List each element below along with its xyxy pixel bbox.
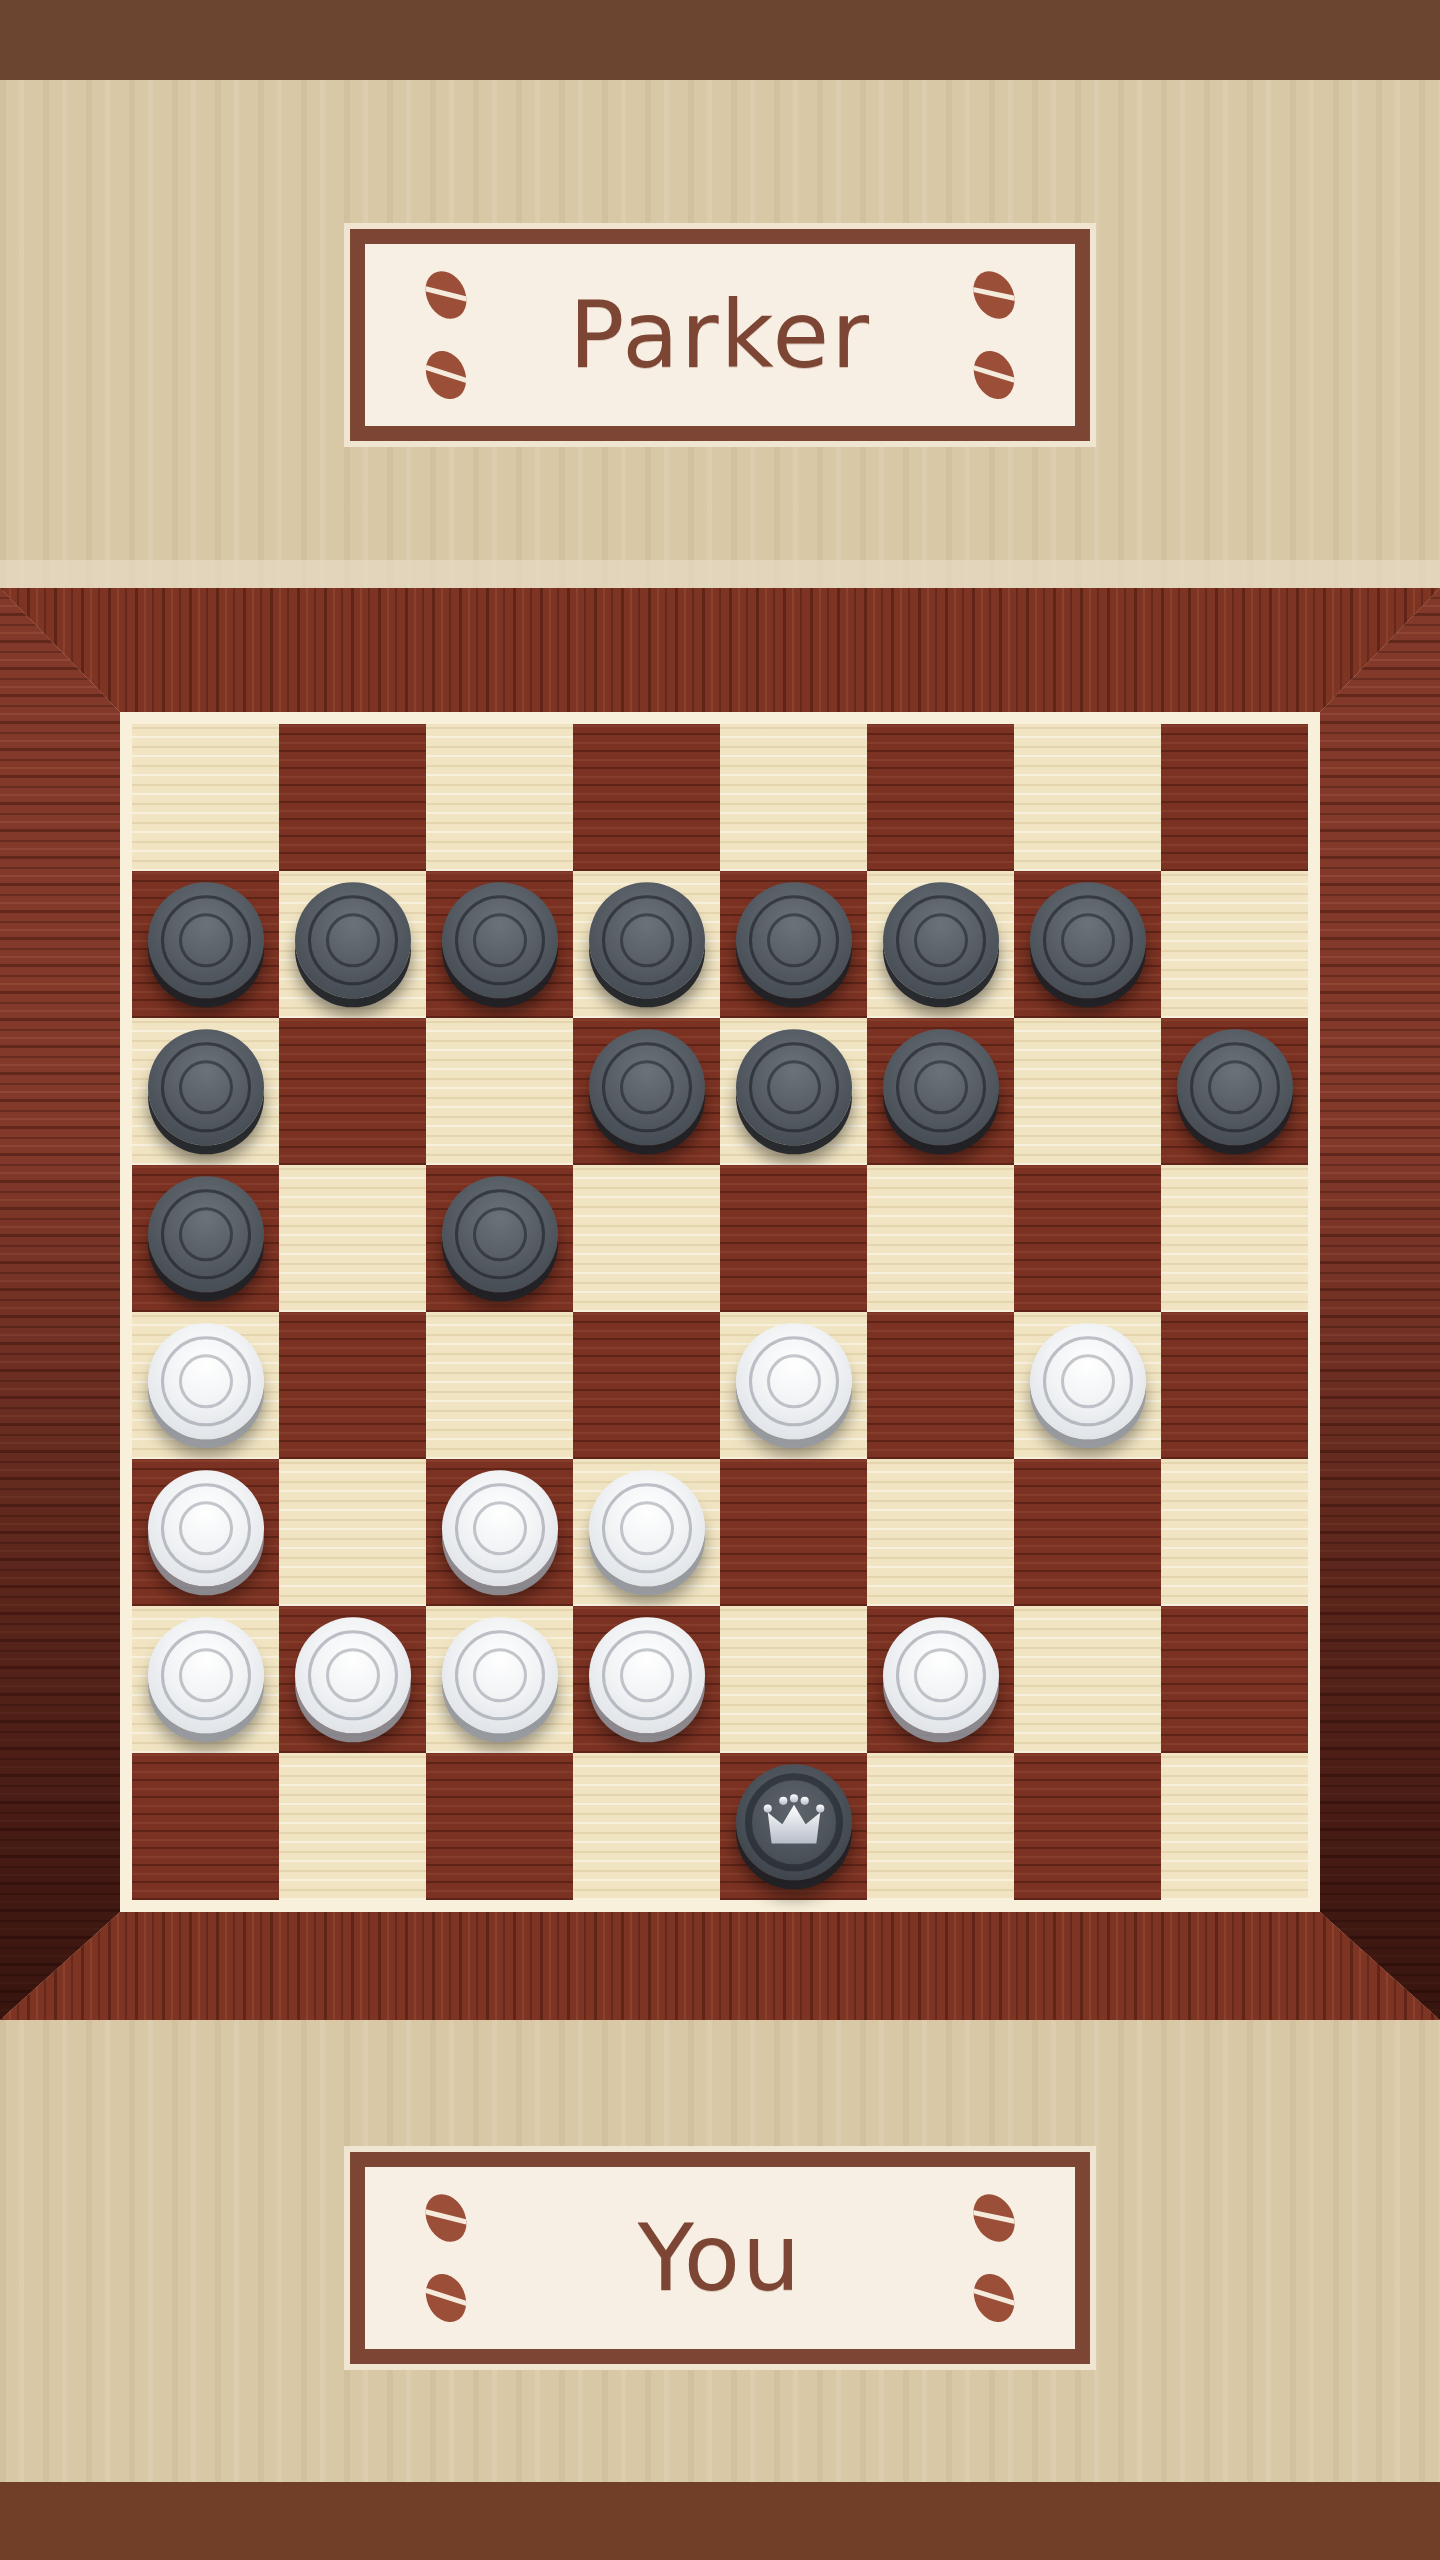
board-square[interactable] <box>279 1606 426 1753</box>
board-square[interactable] <box>573 1753 720 1900</box>
board-square[interactable] <box>720 1606 867 1753</box>
white-piece[interactable] <box>589 1617 705 1733</box>
board-frame <box>0 588 1440 2020</box>
board-square[interactable] <box>1161 1165 1308 1312</box>
board-square[interactable] <box>720 1459 867 1606</box>
white-piece[interactable] <box>148 1323 264 1439</box>
board-square[interactable] <box>279 1753 426 1900</box>
opponent-name: Parker <box>365 244 1075 426</box>
board-square[interactable] <box>573 724 720 871</box>
board-square[interactable] <box>1014 1606 1161 1753</box>
dark-piece[interactable] <box>589 1029 705 1145</box>
board-square[interactable] <box>720 1753 867 1900</box>
board-square[interactable] <box>867 1606 1014 1753</box>
board-square[interactable] <box>867 1312 1014 1459</box>
checkers-board <box>120 712 1320 1912</box>
board-square[interactable] <box>279 1459 426 1606</box>
white-piece[interactable] <box>883 1617 999 1733</box>
board-square[interactable] <box>867 1753 1014 1900</box>
white-piece[interactable] <box>295 1617 411 1733</box>
board-square[interactable] <box>720 1018 867 1165</box>
white-piece[interactable] <box>589 1470 705 1586</box>
board-square[interactable] <box>132 724 279 871</box>
board-square[interactable] <box>1014 724 1161 871</box>
board-square[interactable] <box>573 1312 720 1459</box>
player-plaque: You <box>350 2152 1090 2364</box>
board-square[interactable] <box>720 724 867 871</box>
white-piece[interactable] <box>442 1470 558 1586</box>
top-bar <box>0 0 1440 80</box>
board-square[interactable] <box>1161 871 1308 1018</box>
board-square[interactable] <box>720 1312 867 1459</box>
board-square[interactable] <box>426 1606 573 1753</box>
crown-icon <box>759 1793 829 1849</box>
board-square[interactable] <box>1014 871 1161 1018</box>
dark-piece[interactable] <box>736 1029 852 1145</box>
board-square[interactable] <box>1161 724 1308 871</box>
board-square[interactable] <box>426 871 573 1018</box>
board-square[interactable] <box>279 1018 426 1165</box>
board-square[interactable] <box>867 1165 1014 1312</box>
board-square[interactable] <box>132 1753 279 1900</box>
board-square[interactable] <box>720 1165 867 1312</box>
board-square[interactable] <box>426 1753 573 1900</box>
board-square[interactable] <box>426 1459 573 1606</box>
board-square[interactable] <box>426 724 573 871</box>
board-square[interactable] <box>1161 1312 1308 1459</box>
board-square[interactable] <box>1014 1165 1161 1312</box>
board-square[interactable] <box>426 1018 573 1165</box>
board-grid <box>132 724 1308 1900</box>
dark-piece[interactable] <box>1030 882 1146 998</box>
board-square[interactable] <box>132 1165 279 1312</box>
board-square[interactable] <box>867 871 1014 1018</box>
dark-piece[interactable] <box>589 882 705 998</box>
board-square[interactable] <box>1014 1459 1161 1606</box>
white-piece[interactable] <box>442 1617 558 1733</box>
bottom-bar <box>0 2482 1440 2560</box>
dark-piece[interactable] <box>148 882 264 998</box>
board-square[interactable] <box>1161 1606 1308 1753</box>
opponent-plaque: Parker <box>350 229 1090 441</box>
board-square[interactable] <box>279 871 426 1018</box>
board-square[interactable] <box>132 1606 279 1753</box>
board-square[interactable] <box>867 1018 1014 1165</box>
board-square[interactable] <box>426 1165 573 1312</box>
board-square[interactable] <box>132 1312 279 1459</box>
dark-piece[interactable] <box>883 1029 999 1145</box>
board-square[interactable] <box>867 1459 1014 1606</box>
board-square[interactable] <box>1014 1018 1161 1165</box>
dark-piece[interactable] <box>883 882 999 998</box>
board-square[interactable] <box>867 724 1014 871</box>
board-square[interactable] <box>132 871 279 1018</box>
dark-piece[interactable] <box>442 882 558 998</box>
dark-piece[interactable] <box>148 1029 264 1145</box>
dark-piece[interactable] <box>442 1176 558 1292</box>
dark-piece[interactable] <box>148 1176 264 1292</box>
board-square[interactable] <box>573 1018 720 1165</box>
player-name: You <box>365 2167 1075 2349</box>
white-piece[interactable] <box>1030 1323 1146 1439</box>
board-square[interactable] <box>1014 1312 1161 1459</box>
board-square[interactable] <box>1161 1018 1308 1165</box>
table-edge-highlight <box>0 560 1440 588</box>
dark-king-piece[interactable] <box>736 1764 852 1880</box>
board-square[interactable] <box>426 1312 573 1459</box>
board-square[interactable] <box>573 1165 720 1312</box>
board-square[interactable] <box>279 724 426 871</box>
board-square[interactable] <box>720 871 867 1018</box>
dark-piece[interactable] <box>1177 1029 1293 1145</box>
white-piece[interactable] <box>736 1323 852 1439</box>
board-square[interactable] <box>279 1165 426 1312</box>
board-square[interactable] <box>132 1018 279 1165</box>
board-square[interactable] <box>1161 1753 1308 1900</box>
board-square[interactable] <box>1014 1753 1161 1900</box>
board-square[interactable] <box>1161 1459 1308 1606</box>
board-square[interactable] <box>573 871 720 1018</box>
white-piece[interactable] <box>148 1617 264 1733</box>
board-square[interactable] <box>573 1606 720 1753</box>
board-square[interactable] <box>573 1459 720 1606</box>
board-square[interactable] <box>132 1459 279 1606</box>
dark-piece[interactable] <box>295 882 411 998</box>
white-piece[interactable] <box>148 1470 264 1586</box>
dark-piece[interactable] <box>736 882 852 998</box>
board-square[interactable] <box>279 1312 426 1459</box>
